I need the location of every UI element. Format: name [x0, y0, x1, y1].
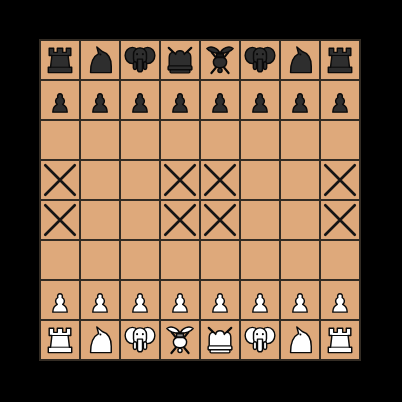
square-h6[interactable]: [321, 121, 359, 159]
square-f8[interactable]: [241, 41, 279, 79]
ashtapada-x-mark-icon: [161, 201, 199, 239]
black-elephant: [242, 42, 279, 79]
square-d8[interactable]: [161, 41, 199, 79]
square-b7[interactable]: [81, 81, 119, 119]
ashtapada-x-mark-icon: [41, 161, 79, 199]
white-pawn: [122, 282, 159, 319]
square-h2[interactable]: [321, 281, 359, 319]
square-b1[interactable]: [81, 321, 119, 359]
square-h8[interactable]: [321, 41, 359, 79]
square-f5[interactable]: [241, 161, 279, 199]
square-e3[interactable]: [201, 241, 239, 279]
black-pawn: [322, 82, 359, 119]
square-b3[interactable]: [81, 241, 119, 279]
square-d1[interactable]: [161, 321, 199, 359]
square-e8[interactable]: [201, 41, 239, 79]
white-elephant: [242, 322, 279, 359]
square-c5[interactable]: [121, 161, 159, 199]
white-horse: [82, 322, 119, 359]
square-h5[interactable]: [321, 161, 359, 199]
white-pawn: [322, 282, 359, 319]
square-b8[interactable]: [81, 41, 119, 79]
white-pawn: [282, 282, 319, 319]
square-d3[interactable]: [161, 241, 199, 279]
black-pawn: [82, 82, 119, 119]
square-a1[interactable]: [41, 321, 79, 359]
square-a4[interactable]: [41, 201, 79, 239]
black-pawn: [122, 82, 159, 119]
square-g3[interactable]: [281, 241, 319, 279]
square-f3[interactable]: [241, 241, 279, 279]
square-e7[interactable]: [201, 81, 239, 119]
black-horse: [82, 42, 119, 79]
ashtapada-x-mark-icon: [321, 161, 359, 199]
black-counselor: [202, 42, 239, 79]
square-g2[interactable]: [281, 281, 319, 319]
white-rook: [42, 322, 79, 359]
white-horse: [282, 322, 319, 359]
square-b4[interactable]: [81, 201, 119, 239]
square-h7[interactable]: [321, 81, 359, 119]
square-a5[interactable]: [41, 161, 79, 199]
square-d6[interactable]: [161, 121, 199, 159]
game-board: [39, 39, 361, 361]
square-b6[interactable]: [81, 121, 119, 159]
square-g7[interactable]: [281, 81, 319, 119]
black-pawn: [162, 82, 199, 119]
square-g6[interactable]: [281, 121, 319, 159]
square-g1[interactable]: [281, 321, 319, 359]
white-pawn: [82, 282, 119, 319]
white-king: [202, 322, 239, 359]
square-g5[interactable]: [281, 161, 319, 199]
black-rook: [322, 42, 359, 79]
square-e5[interactable]: [201, 161, 239, 199]
square-c3[interactable]: [121, 241, 159, 279]
square-f7[interactable]: [241, 81, 279, 119]
black-elephant: [122, 42, 159, 79]
square-d5[interactable]: [161, 161, 199, 199]
ashtapada-x-mark-icon: [161, 161, 199, 199]
black-pawn: [42, 82, 79, 119]
square-c8[interactable]: [121, 41, 159, 79]
white-pawn: [242, 282, 279, 319]
black-king: [162, 42, 199, 79]
square-e1[interactable]: [201, 321, 239, 359]
square-h4[interactable]: [321, 201, 359, 239]
square-e4[interactable]: [201, 201, 239, 239]
black-horse: [282, 42, 319, 79]
square-a7[interactable]: [41, 81, 79, 119]
square-f2[interactable]: [241, 281, 279, 319]
black-rook: [42, 42, 79, 79]
black-pawn: [282, 82, 319, 119]
square-d4[interactable]: [161, 201, 199, 239]
square-b5[interactable]: [81, 161, 119, 199]
ashtapada-x-mark-icon: [201, 201, 239, 239]
white-pawn: [202, 282, 239, 319]
black-pawn: [242, 82, 279, 119]
square-c6[interactable]: [121, 121, 159, 159]
square-a8[interactable]: [41, 41, 79, 79]
square-c7[interactable]: [121, 81, 159, 119]
square-d7[interactable]: [161, 81, 199, 119]
white-pawn: [162, 282, 199, 319]
white-pawn: [42, 282, 79, 319]
square-a6[interactable]: [41, 121, 79, 159]
square-a3[interactable]: [41, 241, 79, 279]
square-f1[interactable]: [241, 321, 279, 359]
square-f6[interactable]: [241, 121, 279, 159]
square-e2[interactable]: [201, 281, 239, 319]
square-g8[interactable]: [281, 41, 319, 79]
white-rook: [322, 322, 359, 359]
square-c2[interactable]: [121, 281, 159, 319]
square-b2[interactable]: [81, 281, 119, 319]
square-c4[interactable]: [121, 201, 159, 239]
square-f4[interactable]: [241, 201, 279, 239]
square-d2[interactable]: [161, 281, 199, 319]
square-c1[interactable]: [121, 321, 159, 359]
board-frame: [0, 0, 402, 402]
square-h1[interactable]: [321, 321, 359, 359]
square-g4[interactable]: [281, 201, 319, 239]
square-h3[interactable]: [321, 241, 359, 279]
black-pawn: [202, 82, 239, 119]
ashtapada-x-mark-icon: [41, 201, 79, 239]
square-e6[interactable]: [201, 121, 239, 159]
ashtapada-x-mark-icon: [321, 201, 359, 239]
white-elephant: [122, 322, 159, 359]
square-a2[interactable]: [41, 281, 79, 319]
white-counselor: [162, 322, 199, 359]
ashtapada-x-mark-icon: [201, 161, 239, 199]
